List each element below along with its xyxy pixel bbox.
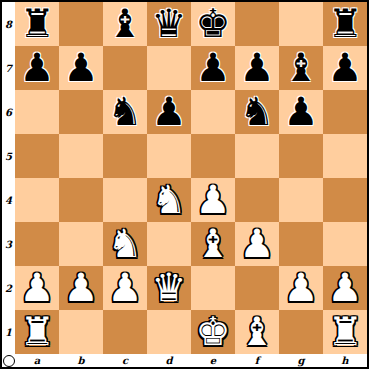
square-d1[interactable] — [147, 310, 191, 354]
white-rook-a1-icon[interactable]: ♜ — [15, 310, 59, 354]
white-pawn-f3-icon[interactable]: ♟ — [235, 222, 279, 266]
square-b7[interactable]: ♟ — [59, 46, 103, 90]
rank-label-2: 2 — [2, 266, 15, 310]
square-h3[interactable] — [323, 222, 367, 266]
black-knight-f6-icon[interactable]: ♞ — [235, 90, 279, 134]
square-d5[interactable] — [147, 134, 191, 178]
black-bishop-g7-icon[interactable]: ♝ — [279, 46, 323, 90]
white-bishop-f1-icon[interactable]: ♝ — [235, 310, 279, 354]
square-e1[interactable]: ♚ — [191, 310, 235, 354]
square-f4[interactable] — [235, 178, 279, 222]
square-b2[interactable]: ♟ — [59, 266, 103, 310]
square-f5[interactable] — [235, 134, 279, 178]
square-h7[interactable]: ♟ — [323, 46, 367, 90]
square-b5[interactable] — [59, 134, 103, 178]
file-label-c: c — [103, 354, 147, 367]
square-d7[interactable] — [147, 46, 191, 90]
black-pawn-h7-icon[interactable]: ♟ — [323, 46, 367, 90]
black-knight-c6-icon[interactable]: ♞ — [103, 90, 147, 134]
square-a1[interactable]: ♜ — [15, 310, 59, 354]
square-g6[interactable]: ♟ — [279, 90, 323, 134]
square-b8[interactable] — [59, 2, 103, 46]
white-rook-h1-icon[interactable]: ♜ — [323, 310, 367, 354]
rank-label-1: 1 — [2, 310, 15, 354]
file-label-e: e — [191, 354, 235, 367]
square-c6[interactable]: ♞ — [103, 90, 147, 134]
square-b4[interactable] — [59, 178, 103, 222]
square-h5[interactable] — [323, 134, 367, 178]
white-pawn-c2-icon[interactable]: ♟ — [103, 266, 147, 310]
square-e6[interactable] — [191, 90, 235, 134]
square-h4[interactable] — [323, 178, 367, 222]
rank-label-5: 5 — [2, 134, 15, 178]
square-a8[interactable]: ♜ — [15, 2, 59, 46]
square-f1[interactable]: ♝ — [235, 310, 279, 354]
black-pawn-d6-icon[interactable]: ♟ — [147, 90, 191, 134]
rank-label-6: 6 — [2, 90, 15, 134]
white-pawn-b2-icon[interactable]: ♟ — [59, 266, 103, 310]
square-f3[interactable]: ♟ — [235, 222, 279, 266]
square-a4[interactable] — [15, 178, 59, 222]
white-pawn-e4-icon[interactable]: ♟ — [191, 178, 235, 222]
square-a3[interactable] — [15, 222, 59, 266]
white-pawn-h2-icon[interactable]: ♟ — [323, 266, 367, 310]
square-h1[interactable]: ♜ — [323, 310, 367, 354]
turn-white-circle-icon — [3, 355, 15, 367]
square-b3[interactable] — [59, 222, 103, 266]
square-g7[interactable]: ♝ — [279, 46, 323, 90]
square-d8[interactable]: ♛ — [147, 2, 191, 46]
square-b6[interactable] — [59, 90, 103, 134]
square-e8[interactable]: ♚ — [191, 2, 235, 46]
square-a7[interactable]: ♟ — [15, 46, 59, 90]
turn-indicator — [2, 354, 15, 367]
square-e4[interactable]: ♟ — [191, 178, 235, 222]
square-g5[interactable] — [279, 134, 323, 178]
square-d4[interactable]: ♞ — [147, 178, 191, 222]
square-c3[interactable]: ♞ — [103, 222, 147, 266]
black-pawn-g6-icon[interactable]: ♟ — [279, 90, 323, 134]
black-pawn-a7-icon[interactable]: ♟ — [15, 46, 59, 90]
square-b1[interactable] — [59, 310, 103, 354]
white-knight-c3-icon[interactable]: ♞ — [103, 222, 147, 266]
black-pawn-e7-icon[interactable]: ♟ — [191, 46, 235, 90]
square-d6[interactable]: ♟ — [147, 90, 191, 134]
square-c7[interactable] — [103, 46, 147, 90]
black-rook-a8-icon[interactable]: ♜ — [15, 2, 59, 46]
file-label-h: h — [323, 354, 367, 367]
square-g4[interactable] — [279, 178, 323, 222]
chess-board-diagram: 8♜♝♛♚♜7♟♟♟♟♝♟6♞♟♞♟54♞♟3♞♝♟2♟♟♟♛♟♟1♜♚♝♜ab… — [0, 0, 369, 369]
square-c8[interactable]: ♝ — [103, 2, 147, 46]
square-a2[interactable]: ♟ — [15, 266, 59, 310]
white-king-e1-icon[interactable]: ♚ — [191, 310, 235, 354]
square-h2[interactable]: ♟ — [323, 266, 367, 310]
board-grid: 8♜♝♛♚♜7♟♟♟♟♝♟6♞♟♞♟54♞♟3♞♝♟2♟♟♟♛♟♟1♜♚♝♜ab… — [2, 2, 367, 367]
black-rook-h8-icon[interactable]: ♜ — [323, 2, 367, 46]
square-c5[interactable] — [103, 134, 147, 178]
rank-label-8: 8 — [2, 2, 15, 46]
square-e5[interactable] — [191, 134, 235, 178]
square-g1[interactable] — [279, 310, 323, 354]
square-e2[interactable] — [191, 266, 235, 310]
file-label-g: g — [279, 354, 323, 367]
square-e7[interactable]: ♟ — [191, 46, 235, 90]
square-d3[interactable] — [147, 222, 191, 266]
file-label-b: b — [59, 354, 103, 367]
square-g8[interactable] — [279, 2, 323, 46]
file-label-d: d — [147, 354, 191, 367]
black-queen-d8-icon[interactable]: ♛ — [147, 2, 191, 46]
white-pawn-a2-icon[interactable]: ♟ — [15, 266, 59, 310]
rank-label-3: 3 — [2, 222, 15, 266]
white-knight-d4-icon[interactable]: ♞ — [147, 178, 191, 222]
square-f6[interactable]: ♞ — [235, 90, 279, 134]
square-c1[interactable] — [103, 310, 147, 354]
black-bishop-c8-icon[interactable]: ♝ — [103, 2, 147, 46]
white-bishop-e3-icon[interactable]: ♝ — [191, 222, 235, 266]
square-a6[interactable] — [15, 90, 59, 134]
rank-label-7: 7 — [2, 46, 15, 90]
square-g2[interactable]: ♟ — [279, 266, 323, 310]
square-h8[interactable]: ♜ — [323, 2, 367, 46]
square-e3[interactable]: ♝ — [191, 222, 235, 266]
white-queen-d2-icon[interactable]: ♛ — [147, 266, 191, 310]
file-label-f: f — [235, 354, 279, 367]
square-d2[interactable]: ♛ — [147, 266, 191, 310]
file-label-a: a — [15, 354, 59, 367]
rank-label-4: 4 — [2, 178, 15, 222]
square-a5[interactable] — [15, 134, 59, 178]
square-h6[interactable] — [323, 90, 367, 134]
square-f7[interactable]: ♟ — [235, 46, 279, 90]
black-king-e8-icon[interactable]: ♚ — [191, 2, 235, 46]
black-pawn-b7-icon[interactable]: ♟ — [59, 46, 103, 90]
square-f8[interactable] — [235, 2, 279, 46]
square-f2[interactable] — [235, 266, 279, 310]
black-pawn-f7-icon[interactable]: ♟ — [235, 46, 279, 90]
square-g3[interactable] — [279, 222, 323, 266]
square-c2[interactable]: ♟ — [103, 266, 147, 310]
square-c4[interactable] — [103, 178, 147, 222]
white-pawn-g2-icon[interactable]: ♟ — [279, 266, 323, 310]
